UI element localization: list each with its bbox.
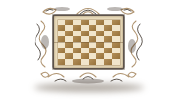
square-f1[interactable] bbox=[96, 59, 104, 65]
product-photo-chess-board bbox=[0, 0, 175, 105]
square-h1[interactable] bbox=[112, 59, 120, 65]
square-b1[interactable] bbox=[65, 59, 73, 65]
square-d1[interactable] bbox=[81, 59, 89, 65]
square-a1[interactable] bbox=[58, 59, 66, 65]
square-c1[interactable] bbox=[73, 59, 81, 65]
hinge-seam bbox=[54, 42, 123, 43]
board-surface bbox=[54, 16, 123, 68]
square-g1[interactable] bbox=[104, 59, 112, 65]
square-e1[interactable] bbox=[89, 59, 97, 65]
